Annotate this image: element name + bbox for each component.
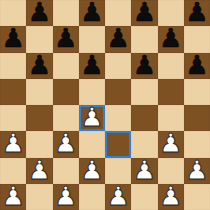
square-d7[interactable] xyxy=(79,26,105,52)
square-c6[interactable] xyxy=(53,53,79,79)
square-a3[interactable]: ♟ xyxy=(0,131,26,157)
square-h1[interactable] xyxy=(184,184,210,210)
white-pawn: ♟ xyxy=(106,183,129,209)
black-pawn: ♟ xyxy=(106,25,129,51)
square-b7[interactable] xyxy=(26,26,52,52)
square-d5[interactable] xyxy=(79,79,105,105)
square-e2[interactable] xyxy=(105,158,131,184)
square-c3[interactable]: ♟ xyxy=(53,131,79,157)
square-e1[interactable]: ♟ xyxy=(105,184,131,210)
white-pawn: ♟ xyxy=(54,130,77,156)
chess-board: ♟♟♟♟♟♟♟♟♟♟♟♟♟♟♟♟♟♟♟♟♟♟♟♟ xyxy=(0,0,210,210)
square-c5[interactable] xyxy=(53,79,79,105)
square-c8[interactable] xyxy=(53,0,79,26)
square-b2[interactable]: ♟ xyxy=(26,158,52,184)
square-e5[interactable] xyxy=(105,79,131,105)
square-a2[interactable] xyxy=(0,158,26,184)
square-e7[interactable]: ♟ xyxy=(105,26,131,52)
white-pawn: ♟ xyxy=(54,183,77,209)
square-g8[interactable] xyxy=(158,0,184,26)
square-f6[interactable]: ♟ xyxy=(131,53,157,79)
white-pawn: ♟ xyxy=(1,130,24,156)
white-pawn: ♟ xyxy=(185,157,208,183)
square-b1[interactable] xyxy=(26,184,52,210)
white-pawn: ♟ xyxy=(1,183,24,209)
black-pawn: ♟ xyxy=(28,0,51,25)
square-b6[interactable]: ♟ xyxy=(26,53,52,79)
square-d1[interactable] xyxy=(79,184,105,210)
black-pawn: ♟ xyxy=(185,52,208,78)
square-h7[interactable] xyxy=(184,26,210,52)
square-g3[interactable]: ♟ xyxy=(158,131,184,157)
square-b8[interactable]: ♟ xyxy=(26,0,52,26)
square-d4[interactable]: ♟ xyxy=(79,105,105,131)
square-d6[interactable]: ♟ xyxy=(79,53,105,79)
square-h3[interactable] xyxy=(184,131,210,157)
square-f2[interactable]: ♟ xyxy=(131,158,157,184)
square-b3[interactable] xyxy=(26,131,52,157)
square-a6[interactable] xyxy=(0,53,26,79)
square-g6[interactable] xyxy=(158,53,184,79)
square-b5[interactable] xyxy=(26,79,52,105)
square-a4[interactable] xyxy=(0,105,26,131)
black-pawn: ♟ xyxy=(133,0,156,25)
square-a5[interactable] xyxy=(0,79,26,105)
square-e6[interactable] xyxy=(105,53,131,79)
square-f8[interactable]: ♟ xyxy=(131,0,157,26)
square-d8[interactable]: ♟ xyxy=(79,0,105,26)
black-pawn: ♟ xyxy=(80,0,103,25)
square-c7[interactable]: ♟ xyxy=(53,26,79,52)
black-pawn: ♟ xyxy=(54,25,77,51)
square-d3[interactable] xyxy=(79,131,105,157)
black-pawn: ♟ xyxy=(80,52,103,78)
white-pawn: ♟ xyxy=(80,157,103,183)
square-g7[interactable]: ♟ xyxy=(158,26,184,52)
white-pawn: ♟ xyxy=(159,130,182,156)
square-f3[interactable] xyxy=(131,131,157,157)
square-h2[interactable]: ♟ xyxy=(184,158,210,184)
square-f1[interactable] xyxy=(131,184,157,210)
square-a1[interactable]: ♟ xyxy=(0,184,26,210)
black-pawn: ♟ xyxy=(133,52,156,78)
square-e3[interactable] xyxy=(105,131,131,157)
white-pawn: ♟ xyxy=(159,183,182,209)
square-f4[interactable] xyxy=(131,105,157,131)
square-g1[interactable]: ♟ xyxy=(158,184,184,210)
square-g2[interactable] xyxy=(158,158,184,184)
square-h5[interactable] xyxy=(184,79,210,105)
black-pawn: ♟ xyxy=(1,25,24,51)
square-g4[interactable] xyxy=(158,105,184,131)
square-b4[interactable] xyxy=(26,105,52,131)
black-pawn: ♟ xyxy=(159,25,182,51)
white-pawn: ♟ xyxy=(28,157,51,183)
square-g5[interactable] xyxy=(158,79,184,105)
square-h4[interactable] xyxy=(184,105,210,131)
square-h6[interactable]: ♟ xyxy=(184,53,210,79)
square-c4[interactable] xyxy=(53,105,79,131)
square-c2[interactable] xyxy=(53,158,79,184)
square-e8[interactable] xyxy=(105,0,131,26)
square-d2[interactable]: ♟ xyxy=(79,158,105,184)
square-a7[interactable]: ♟ xyxy=(0,26,26,52)
white-pawn: ♟ xyxy=(80,104,103,130)
square-f5[interactable] xyxy=(131,79,157,105)
square-h8[interactable]: ♟ xyxy=(184,0,210,26)
black-pawn: ♟ xyxy=(28,52,51,78)
white-pawn: ♟ xyxy=(133,157,156,183)
square-e4[interactable] xyxy=(105,105,131,131)
black-pawn: ♟ xyxy=(185,0,208,25)
square-c1[interactable]: ♟ xyxy=(53,184,79,210)
square-f7[interactable] xyxy=(131,26,157,52)
square-a8[interactable] xyxy=(0,0,26,26)
